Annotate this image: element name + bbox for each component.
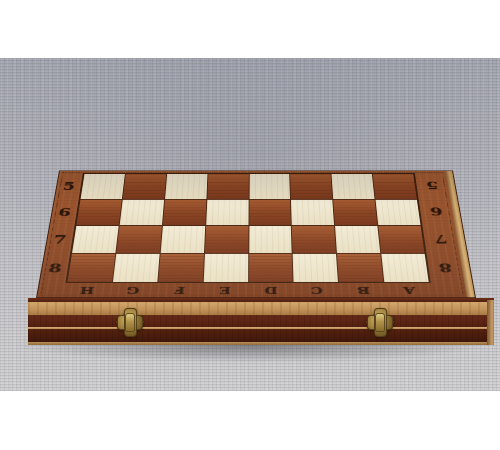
lid-front-panel — [28, 315, 494, 327]
clasp-hasp — [375, 313, 385, 332]
rank-label-left-6: 6 — [50, 199, 79, 226]
file-label-b: B — [339, 283, 386, 297]
square-a8 — [381, 253, 428, 281]
file-label-f: F — [156, 283, 203, 297]
brass-clasp-left — [117, 305, 143, 339]
brass-clasp-right — [367, 305, 393, 339]
square-e7 — [205, 226, 248, 253]
box-right-end-cap — [487, 300, 494, 345]
square-e8 — [203, 253, 247, 281]
square-g5 — [123, 174, 166, 199]
square-a5 — [373, 174, 417, 199]
base-bottom-rim — [28, 342, 494, 345]
square-b8 — [337, 253, 383, 281]
board-frame: 5678 5678 HGFEDCBA — [36, 171, 476, 298]
square-a6 — [376, 199, 421, 225]
lid-oak-rim — [28, 302, 494, 315]
square-e5 — [207, 174, 248, 199]
square-g7 — [116, 226, 161, 253]
square-h5 — [81, 174, 125, 199]
file-labels-bottom: HGFEDCBA — [63, 283, 433, 297]
square-c6 — [291, 199, 334, 225]
square-b6 — [333, 199, 377, 225]
box-front-side — [28, 298, 494, 345]
file-label-e: E — [202, 283, 248, 297]
square-d5 — [249, 174, 290, 199]
square-f7 — [160, 226, 204, 253]
rank-label-right-5: 5 — [415, 173, 450, 199]
square-d6 — [249, 199, 291, 225]
rank-label-left-5: 5 — [55, 173, 83, 199]
rank-label-right-6: 6 — [419, 199, 455, 226]
rank-label-left-8: 8 — [40, 254, 70, 284]
file-label-h: H — [63, 283, 111, 297]
square-f5 — [165, 174, 207, 199]
square-c7 — [292, 226, 336, 253]
file-label-d: D — [248, 283, 294, 297]
file-label-a: A — [385, 283, 433, 297]
squares-grid — [65, 173, 430, 283]
square-e6 — [206, 199, 248, 225]
base-front-panel — [28, 329, 494, 342]
square-d7 — [249, 226, 292, 253]
square-b5 — [332, 174, 375, 199]
square-a7 — [378, 226, 424, 253]
rank-label-right-8: 8 — [427, 254, 465, 284]
square-c5 — [290, 174, 332, 199]
square-d8 — [249, 253, 293, 281]
chess-board-top: 5678 5678 HGFEDCBA — [36, 171, 476, 298]
square-f8 — [158, 253, 204, 281]
square-g6 — [120, 199, 164, 225]
square-c8 — [293, 253, 338, 281]
file-label-c: C — [294, 283, 341, 297]
square-h6 — [76, 199, 121, 225]
square-g8 — [113, 253, 160, 281]
clasp-hasp — [125, 313, 135, 332]
file-label-g: G — [109, 283, 156, 297]
rank-label-left-7: 7 — [45, 226, 75, 254]
square-f6 — [163, 199, 206, 225]
square-h7 — [72, 226, 118, 253]
square-b7 — [335, 226, 380, 253]
square-h8 — [68, 253, 116, 281]
rank-label-right-7: 7 — [422, 226, 459, 254]
